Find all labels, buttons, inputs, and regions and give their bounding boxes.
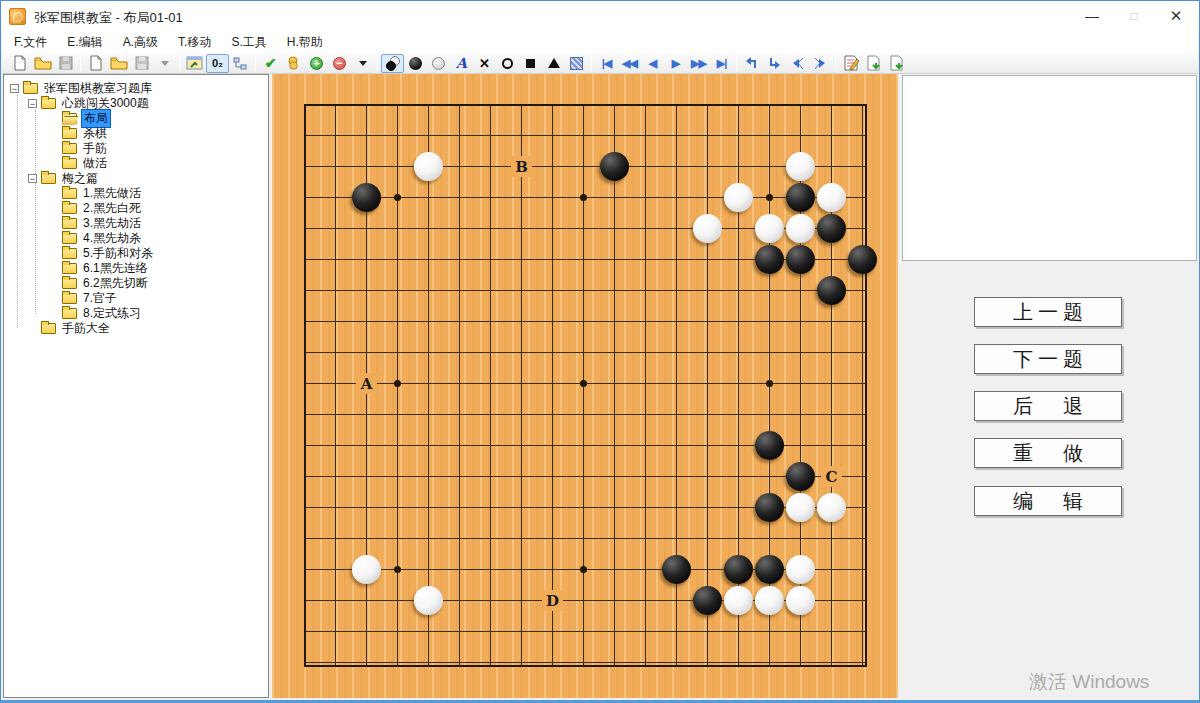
black-stone (600, 152, 629, 181)
white-stone (414, 586, 443, 615)
toolbar-separator (835, 55, 836, 71)
black-stone (817, 214, 846, 243)
tree-item[interactable]: 杀棋 (62, 126, 109, 141)
white-stone (414, 152, 443, 181)
tree-item[interactable]: 做活 (62, 156, 109, 171)
white-stone (786, 493, 815, 522)
white-stone (724, 183, 753, 212)
white-stone (786, 555, 815, 584)
black-stone (786, 462, 815, 491)
tree-item[interactable]: 6.1黑先连络 (62, 261, 150, 276)
minimize-button[interactable]: — (1071, 1, 1113, 31)
black-stone (352, 183, 381, 212)
var-up-icon[interactable] (740, 54, 763, 73)
tree-item[interactable]: 4.黑先劫杀 (62, 231, 143, 246)
black-stone (662, 555, 691, 584)
open-problem-icon[interactable] (107, 54, 130, 73)
white-stone (786, 152, 815, 181)
save-dropdown-icon[interactable] (153, 54, 176, 73)
tree-item[interactable]: 手筋 (62, 141, 109, 156)
folder-icon (62, 263, 77, 274)
var-prev-icon[interactable] (786, 54, 809, 73)
var-next-icon[interactable] (809, 54, 832, 73)
nav-prev-10-icon[interactable]: ◀◀ (618, 54, 641, 73)
tree-item[interactable]: −梅之篇 (28, 171, 100, 186)
point-label-C[interactable]: C (821, 466, 842, 487)
mark-square-icon[interactable] (519, 54, 542, 73)
star-point (580, 566, 587, 573)
tree-item[interactable]: 2.黑先白死 (62, 201, 143, 216)
white-stone (817, 183, 846, 212)
doc-download-1-icon[interactable] (862, 54, 885, 73)
menu-advanced[interactable]: A.高级 (113, 32, 168, 53)
mark-triangle-icon[interactable] (542, 54, 565, 73)
black-stone (786, 183, 815, 212)
tree-item-label[interactable]: 手筋大全 (60, 320, 112, 337)
check-icon[interactable]: ✔ (259, 54, 282, 73)
toolbar-separator (736, 55, 737, 71)
tree-item[interactable]: 5.手筋和对杀 (62, 246, 155, 261)
open-icon[interactable] (31, 54, 54, 73)
tree-guide-line (17, 95, 18, 328)
black-stone (848, 245, 877, 274)
redo-button[interactable]: 重 做 (974, 438, 1122, 468)
point-label-A[interactable]: A (356, 373, 377, 394)
window-title: 张军围棋教室 - 布局01-01 (34, 9, 183, 27)
watermark-line1: 激活 Windows (1029, 669, 1185, 695)
tree-item[interactable]: 1.黑先做活 (62, 186, 143, 201)
star-point (394, 566, 401, 573)
menu-tools[interactable]: S.工具 (221, 32, 276, 53)
add-circle-icon[interactable]: + (305, 54, 328, 73)
folder-icon (41, 98, 56, 109)
folder-icon (62, 278, 77, 289)
folder-icon (41, 173, 56, 184)
black-stone (755, 493, 784, 522)
comment-box[interactable] (902, 75, 1197, 261)
toolbar: 0₂ ✔ + − A ✕ |◀ ◀◀ ◀ ▶ ▶▶ ▶| (2, 53, 1198, 74)
goban-panel: BACD (272, 74, 898, 698)
star-point (766, 194, 773, 201)
black-stone (786, 245, 815, 274)
letter-label-icon[interactable]: A (450, 54, 473, 73)
white-stone (724, 586, 753, 615)
menu-move[interactable]: T.移动 (168, 32, 221, 53)
remove-circle-icon[interactable]: − (328, 54, 351, 73)
black-stone (755, 555, 784, 584)
properties-icon[interactable] (183, 54, 206, 73)
doc-download-2-icon[interactable] (885, 54, 908, 73)
tree-item[interactable]: 7.官子 (62, 291, 119, 306)
tree-item[interactable]: 3.黑先劫活 (62, 216, 143, 231)
folder-icon (62, 218, 77, 229)
folder-icon (62, 158, 77, 169)
tree-view-icon[interactable] (229, 54, 252, 73)
white-stone (755, 214, 784, 243)
folder-icon (62, 233, 77, 244)
star-point (394, 194, 401, 201)
tree-collapse-icon[interactable]: − (28, 99, 37, 108)
menu-bar: F.文件 E.编辑 A.高级 T.移动 S.工具 H.帮助 (2, 32, 1198, 53)
folder-icon (62, 188, 77, 199)
var-down-icon[interactable] (763, 54, 786, 73)
menu-help[interactable]: H.帮助 (277, 32, 333, 53)
move-number-icon[interactable]: 0₂ (206, 54, 229, 73)
black-stone (724, 555, 753, 584)
black-stone (755, 431, 784, 460)
prev-problem-button[interactable]: 上一题 (974, 297, 1122, 327)
white-stone (693, 214, 722, 243)
star-point (766, 380, 773, 387)
go-board-grid[interactable]: BACD (289, 89, 878, 678)
toolbar-separator (377, 55, 378, 71)
edit-doc-icon[interactable] (839, 54, 862, 73)
folder-icon (62, 293, 77, 304)
problem-library-tree: −张军围棋教室习题库−心跳闯关3000题布局杀棋手筋做活−梅之篇1.黑先做活2.… (3, 74, 269, 698)
folder-open-icon (62, 113, 77, 124)
mark-zone-icon[interactable] (565, 54, 588, 73)
tree-item[interactable]: 6.2黑先切断 (62, 276, 150, 291)
close-button[interactable]: ✕ (1155, 1, 1197, 31)
point-label-B[interactable]: B (511, 156, 532, 177)
edit-button[interactable]: 编 辑 (974, 486, 1122, 516)
toolbar-separator (179, 55, 180, 71)
folder-icon (41, 323, 56, 334)
black-stone (817, 276, 846, 305)
alternate-stones-icon[interactable] (381, 54, 404, 73)
toolbar-separator (255, 55, 256, 71)
folder-icon (62, 128, 77, 139)
toolbar-separator (80, 55, 81, 71)
nav-prev-icon[interactable]: ◀ (641, 54, 664, 73)
star-point (580, 194, 587, 201)
tree-collapse-icon[interactable]: − (10, 84, 19, 93)
nav-last-icon[interactable]: ▶| (710, 54, 733, 73)
white-stone (755, 586, 784, 615)
black-stone (755, 245, 784, 274)
star-point (580, 380, 587, 387)
tree-item[interactable]: 手筋大全 (28, 321, 112, 336)
nav-next-icon[interactable]: ▶ (664, 54, 687, 73)
mark-circle-icon[interactable] (496, 54, 519, 73)
white-stone (817, 493, 846, 522)
next-problem-button[interactable]: 下一题 (974, 344, 1122, 374)
tree-item[interactable]: −张军围棋教室习题库 (10, 81, 154, 96)
white-stone (352, 555, 381, 584)
menu-file[interactable]: F.文件 (4, 32, 57, 53)
white-stone-icon[interactable] (427, 54, 450, 73)
folder-icon (62, 203, 77, 214)
control-panel: 上一题 下一题 后 退 重 做 编 辑 (902, 263, 1198, 698)
black-stone (693, 586, 722, 615)
folder-icon (23, 83, 38, 94)
tree-guide-line (35, 110, 36, 314)
new-problem-icon[interactable] (84, 54, 107, 73)
maximize-button[interactable]: □ (1113, 1, 1155, 31)
nav-first-icon[interactable]: |◀ (595, 54, 618, 73)
activate-windows-watermark: 激活 Windows 转到“设置”以激活 Windows。 (1029, 669, 1185, 703)
toolbar-separator (591, 55, 592, 71)
title-bar: 张军围棋教室 - 布局01-01 — □ ✕ (1, 1, 1199, 32)
menu-edit[interactable]: E.编辑 (57, 32, 112, 53)
tree-item[interactable]: 8.定式练习 (62, 306, 143, 321)
tree-item[interactable]: 布局 (62, 111, 111, 126)
white-stone (786, 214, 815, 243)
white-stone (786, 586, 815, 615)
mark-x-icon[interactable]: ✕ (473, 54, 496, 73)
point-label-D[interactable]: D (542, 590, 563, 611)
nav-next-10-icon[interactable]: ▶▶ (687, 54, 710, 73)
save-problem-icon[interactable] (130, 54, 153, 73)
tree-collapse-icon[interactable]: − (28, 174, 37, 183)
undo-button[interactable]: 后 退 (974, 391, 1122, 421)
hand-icon[interactable] (282, 54, 305, 73)
black-stone-icon[interactable] (404, 54, 427, 73)
new-icon[interactable] (8, 54, 31, 73)
mode-dropdown-icon[interactable] (351, 54, 374, 73)
app-logo-icon (9, 8, 26, 25)
folder-icon (62, 248, 77, 259)
star-point (394, 380, 401, 387)
folder-icon (62, 143, 77, 154)
save-disabled-icon[interactable] (54, 54, 77, 73)
folder-icon (62, 308, 77, 319)
